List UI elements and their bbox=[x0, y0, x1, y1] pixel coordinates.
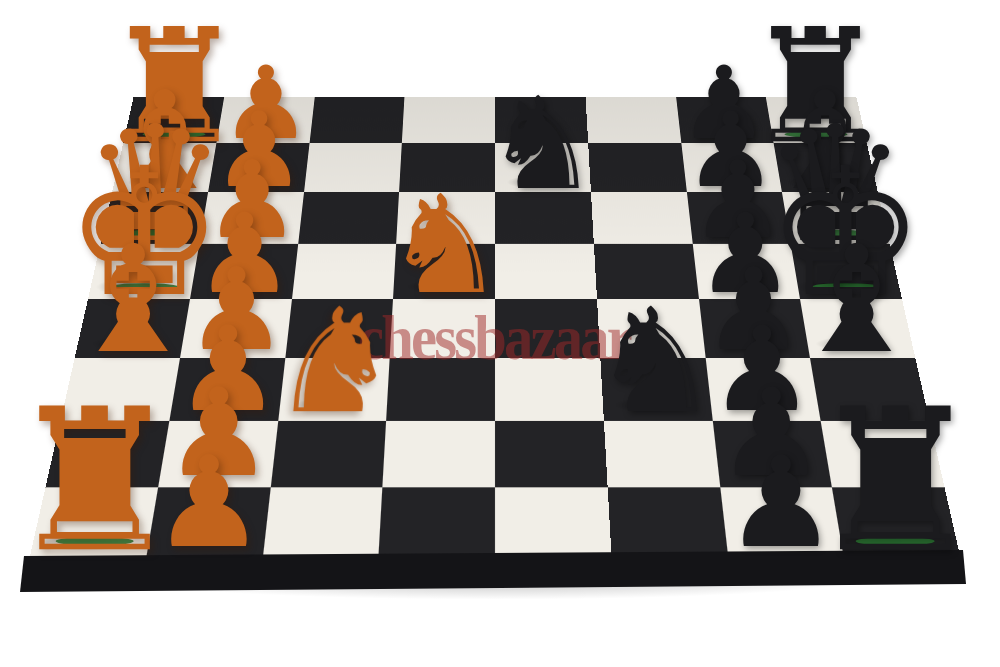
square-f8 bbox=[585, 97, 681, 143]
piece-white-pawn-b1: ♟ bbox=[153, 440, 266, 566]
piece-white-knight-c3: ♞ bbox=[270, 290, 400, 435]
piece-black-knight-f3: ♞ bbox=[590, 290, 720, 435]
square-c8 bbox=[309, 97, 405, 143]
square-d1 bbox=[379, 488, 495, 560]
piece-white-knight-d5: ♞ bbox=[384, 178, 506, 314]
square-d8 bbox=[402, 97, 495, 143]
square-c1 bbox=[262, 488, 383, 560]
piece-black-pawn-g1: ♟ bbox=[725, 440, 838, 566]
square-f1 bbox=[607, 488, 728, 560]
square-f7 bbox=[588, 143, 686, 192]
square-f6 bbox=[591, 192, 693, 244]
square-e5 bbox=[495, 244, 597, 299]
chess-set-photo: ♜♟♝♟♛♟♚♟♞♝♟♟♞♟♜♟♜♟♝♟♞♛♟♚♟♝♟♟♞♟♜♟ chessba… bbox=[0, 0, 1000, 667]
square-e1 bbox=[495, 488, 611, 560]
